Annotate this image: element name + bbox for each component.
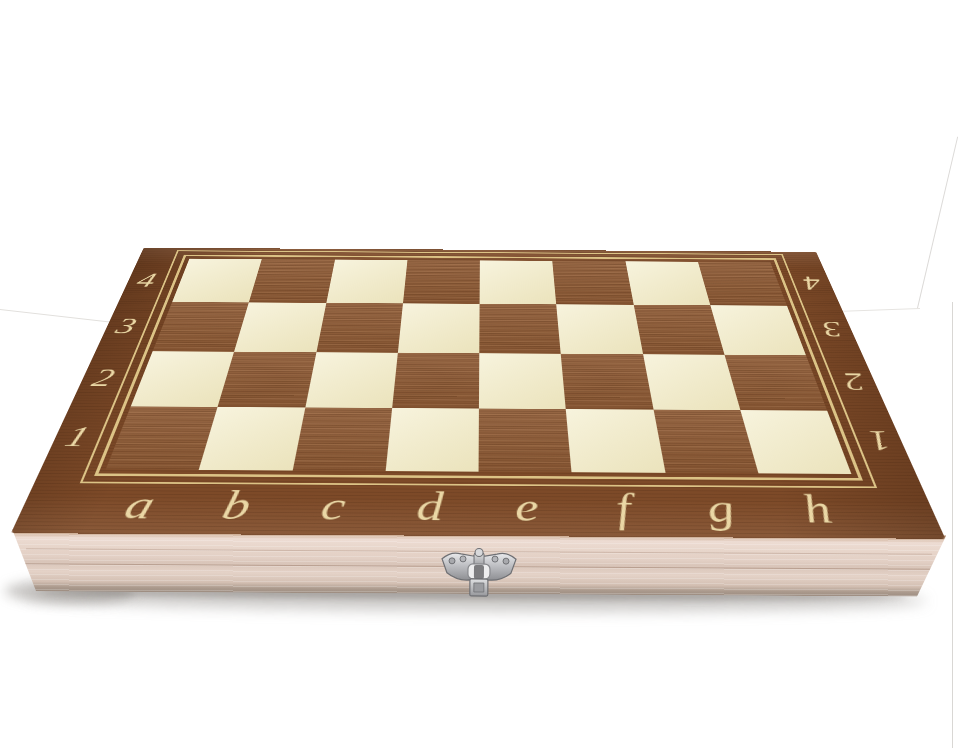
- board-square-f4: [552, 261, 633, 305]
- board-square-e3: [479, 304, 561, 353]
- file-label-d: d: [379, 482, 478, 532]
- file-label-h: h: [761, 484, 874, 534]
- board-square-h2: [724, 354, 827, 410]
- board-square-f2: [561, 353, 653, 409]
- board-square-f3: [556, 304, 642, 353]
- board-square-c3: [316, 303, 403, 352]
- chess-box: 43214321abcdefgh: [0, 0, 958, 748]
- board-square-a4: [172, 259, 262, 303]
- chess-board-lid: 43214321abcdefgh: [11, 248, 945, 539]
- photo-backdrop: 43214321abcdefgh: [0, 0, 958, 748]
- board-square-e4: [480, 260, 557, 304]
- board-square-d4: [403, 260, 480, 304]
- board-square-d3: [398, 304, 480, 353]
- file-label-c: c: [280, 481, 384, 531]
- board-square-g4: [625, 261, 710, 305]
- board-square-c2: [305, 352, 398, 408]
- board-square-d2: [392, 352, 479, 408]
- file-label-e: e: [478, 482, 577, 532]
- board-square-e1: [479, 408, 572, 472]
- board-coordinates: 43214321abcdefgh: [144, 248, 816, 252]
- file-label-g: g: [667, 484, 775, 534]
- rank-label-left-1: 1: [40, 406, 113, 469]
- board-square-f1: [566, 409, 665, 473]
- metal-clasp-icon: [439, 547, 519, 603]
- rank-label-right-1: 1: [845, 411, 918, 475]
- board-square-h4: [698, 262, 787, 306]
- rank-label-right-2: 2: [822, 355, 888, 411]
- board-square-h1: [740, 410, 851, 474]
- board-square-a2: [131, 351, 235, 407]
- board-square-b1: [199, 407, 305, 471]
- chessboard-grid: [106, 259, 852, 474]
- rank-label-right-3: 3: [803, 306, 864, 355]
- rank-label-left-2: 2: [69, 351, 136, 407]
- rank-label-left-4: 4: [118, 258, 175, 302]
- file-label-f: f: [573, 483, 676, 533]
- board-square-c4: [326, 260, 407, 304]
- board-square-b4: [249, 259, 335, 303]
- board-square-b2: [218, 351, 316, 407]
- board-square-c1: [292, 407, 392, 471]
- board-square-g3: [633, 305, 724, 355]
- rank-label-right-4: 4: [785, 262, 841, 306]
- board-square-a3: [153, 302, 249, 351]
- file-label-a: a: [82, 480, 196, 529]
- rank-label-left-3: 3: [95, 302, 157, 351]
- board-square-e2: [479, 353, 566, 409]
- board-square-d1: [385, 408, 479, 472]
- file-label-b: b: [181, 481, 290, 530]
- board-square-g2: [643, 354, 741, 410]
- board-square-b3: [234, 303, 325, 352]
- board-square-h3: [710, 305, 806, 355]
